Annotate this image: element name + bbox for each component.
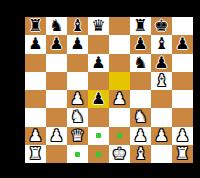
square-d4[interactable]: ♟ [88,90,109,108]
piece-white-pawn[interactable]: ♟ [175,127,189,145]
piece-black-pawn[interactable]: ♟ [28,35,42,53]
piece-black-pawn[interactable]: ♟ [91,54,105,72]
square-f7[interactable]: ♟ [130,35,151,53]
square-d3[interactable] [88,108,109,126]
piece-black-bishop[interactable]: ♝ [154,35,168,53]
square-b4[interactable] [46,90,67,108]
square-d2[interactable] [88,127,109,145]
square-c3[interactable]: ♞ [67,108,88,126]
square-c4[interactable]: ♟ [67,90,88,108]
piece-white-pawn[interactable]: ♟ [28,127,42,145]
square-f5[interactable] [130,72,151,90]
square-f3[interactable]: ♞ [130,108,151,126]
move-hint-dot[interactable] [96,133,101,138]
square-g1[interactable] [151,145,172,163]
piece-white-pawn[interactable]: ♟ [112,90,126,108]
square-a2[interactable]: ♟ [25,127,46,145]
square-b7[interactable]: ♟ [46,35,67,53]
piece-black-king[interactable]: ♚ [154,17,168,35]
piece-black-pawn[interactable]: ♟ [154,54,168,72]
square-e3[interactable] [109,108,130,126]
square-e4[interactable]: ♟ [109,90,130,108]
chess-board: ♜♞♝♛♜♚♟♟♟♟♝♟♟♞♟♝♟♟♟♞♞♟♟♛♟♟♟♜♚♝♜ [25,17,193,163]
square-a7[interactable]: ♟ [25,35,46,53]
piece-white-bishop[interactable]: ♝ [133,145,147,163]
square-b6[interactable] [46,54,67,72]
square-g4[interactable] [151,90,172,108]
piece-black-rook[interactable]: ♜ [133,17,147,35]
square-c1[interactable] [67,145,88,163]
square-f1[interactable]: ♝ [130,145,151,163]
square-f4[interactable] [130,90,151,108]
piece-white-pawn[interactable]: ♟ [49,127,63,145]
piece-white-rook[interactable]: ♜ [28,145,42,163]
square-a4[interactable] [25,90,46,108]
square-e6[interactable] [109,54,130,72]
square-g3[interactable] [151,108,172,126]
square-b1[interactable] [46,145,67,163]
square-a8[interactable]: ♜ [25,17,46,35]
square-g2[interactable]: ♟ [151,127,172,145]
square-e8[interactable] [109,17,130,35]
square-d6[interactable]: ♟ [88,54,109,72]
piece-black-pawn[interactable]: ♟ [70,35,84,53]
piece-white-pawn[interactable]: ♟ [154,127,168,145]
piece-black-pawn[interactable]: ♟ [133,35,147,53]
square-d7[interactable] [88,35,109,53]
square-b5[interactable] [46,72,67,90]
move-hint-dot[interactable] [96,152,101,157]
square-b3[interactable] [46,108,67,126]
square-h5[interactable] [172,72,193,90]
square-f2[interactable]: ♟ [130,127,151,145]
piece-black-pawn[interactable]: ♟ [91,90,105,108]
piece-black-queen[interactable]: ♛ [91,17,105,35]
square-g8[interactable]: ♚ [151,17,172,35]
square-c6[interactable] [67,54,88,72]
square-a3[interactable] [25,108,46,126]
square-e2[interactable] [109,127,130,145]
square-b2[interactable]: ♟ [46,127,67,145]
piece-white-knight[interactable]: ♞ [70,108,84,126]
move-hint-dot[interactable] [75,152,80,157]
square-h8[interactable] [172,17,193,35]
square-d1[interactable] [88,145,109,163]
square-c8[interactable]: ♝ [67,17,88,35]
piece-white-queen[interactable]: ♛ [70,127,84,145]
square-g7[interactable]: ♝ [151,35,172,53]
piece-black-bishop[interactable]: ♝ [70,17,84,35]
move-hint-dot[interactable] [117,133,122,138]
square-c2[interactable]: ♛ [67,127,88,145]
piece-black-knight[interactable]: ♞ [49,17,63,35]
square-c7[interactable]: ♟ [67,35,88,53]
piece-black-rook[interactable]: ♜ [28,17,42,35]
square-h3[interactable] [172,108,193,126]
piece-white-rook[interactable]: ♜ [175,145,189,163]
square-h1[interactable]: ♜ [172,145,193,163]
square-h7[interactable]: ♟ [172,35,193,53]
square-g6[interactable]: ♟ [151,54,172,72]
piece-black-pawn[interactable]: ♟ [49,35,63,53]
piece-black-pawn[interactable]: ♟ [175,35,189,53]
square-f6[interactable]: ♞ [130,54,151,72]
square-e7[interactable] [109,35,130,53]
square-b8[interactable]: ♞ [46,17,67,35]
piece-white-knight[interactable]: ♞ [133,108,147,126]
square-d5[interactable] [88,72,109,90]
square-a5[interactable] [25,72,46,90]
piece-white-bishop[interactable]: ♝ [154,72,168,90]
square-h4[interactable] [172,90,193,108]
square-g5[interactable]: ♝ [151,72,172,90]
piece-white-pawn[interactable]: ♟ [70,90,84,108]
square-c5[interactable] [67,72,88,90]
piece-black-knight[interactable]: ♞ [133,54,147,72]
square-a1[interactable]: ♜ [25,145,46,163]
square-h6[interactable] [172,54,193,72]
square-a6[interactable] [25,54,46,72]
square-h2[interactable]: ♟ [172,127,193,145]
piece-white-pawn[interactable]: ♟ [133,127,147,145]
square-e1[interactable]: ♚ [109,145,130,163]
square-d8[interactable]: ♛ [88,17,109,35]
square-f8[interactable]: ♜ [130,17,151,35]
square-e5[interactable] [109,72,130,90]
piece-white-king[interactable]: ♚ [112,145,126,163]
